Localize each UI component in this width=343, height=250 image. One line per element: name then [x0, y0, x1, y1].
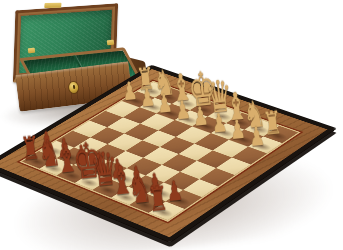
white-pawn: ♟ — [246, 123, 266, 151]
white-pawn: ♟ — [137, 84, 157, 111]
white-pawn: ♟ — [155, 90, 175, 117]
white-pawn: ♟ — [173, 97, 193, 124]
white-pawn: ♟ — [227, 116, 247, 144]
black-knight: ♞ — [126, 169, 148, 209]
black-rook: ♜ — [146, 182, 168, 217]
board-squares: ♜♞♝♚♛♝♞♜♟♟♟♟♟♟♟♟♟♟♟♟♟♟♟♟♜♞♝♚♛♝♞♜ — [22, 82, 298, 220]
chess-board-3d: ♜♞♝♚♛♝♞♜♟♟♟♟♟♟♟♟♟♟♟♟♟♟♟♟♜♞♝♚♛♝♞♜ — [0, 65, 336, 242]
board-frame: ♜♞♝♚♛♝♞♜♟♟♟♟♟♟♟♟♟♟♟♟♟♟♟♟♜♞♝♚♛♝♞♜ — [0, 65, 336, 242]
white-pawn: ♟ — [120, 78, 139, 105]
chess-set-product-photo: ♜♞♝♚♛♝♞♜♟♟♟♟♟♟♟♟♟♟♟♟♟♟♟♟♜♞♝♚♛♝♞♜ — [0, 0, 343, 250]
white-pawn: ♟ — [209, 109, 229, 137]
white-pawn: ♟ — [191, 103, 211, 130]
chess-board: ♜♞♝♚♛♝♞♜♟♟♟♟♟♟♟♟♟♟♟♟♟♟♟♟♜♞♝♚♛♝♞♜ — [23, 10, 298, 250]
brass-plate-icon — [44, 3, 61, 8]
